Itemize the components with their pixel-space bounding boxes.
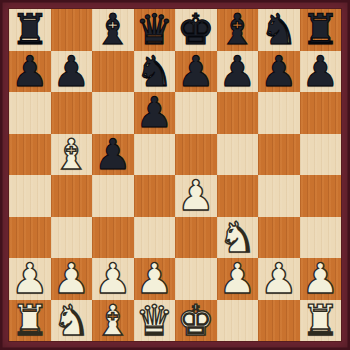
square-c3[interactable] bbox=[92, 217, 134, 259]
square-e5[interactable] bbox=[175, 134, 217, 176]
square-g7[interactable]: ♟ bbox=[258, 51, 300, 93]
square-b7[interactable]: ♟ bbox=[51, 51, 93, 93]
square-d8[interactable]: ♛ bbox=[134, 9, 176, 51]
square-c2[interactable]: ♟ bbox=[92, 258, 134, 300]
square-d3[interactable] bbox=[134, 217, 176, 259]
white-pawn-icon[interactable]: ♟ bbox=[135, 258, 173, 300]
square-a1[interactable]: ♜ bbox=[9, 300, 51, 342]
black-pawn-icon[interactable]: ♟ bbox=[135, 92, 173, 134]
square-f5[interactable] bbox=[217, 134, 259, 176]
square-f4[interactable] bbox=[217, 175, 259, 217]
square-h2[interactable]: ♟ bbox=[300, 258, 342, 300]
square-c5[interactable]: ♟ bbox=[92, 134, 134, 176]
square-c7[interactable] bbox=[92, 51, 134, 93]
square-h6[interactable] bbox=[300, 92, 342, 134]
black-king-icon[interactable]: ♚ bbox=[177, 9, 215, 51]
square-c4[interactable] bbox=[92, 175, 134, 217]
white-king-icon[interactable]: ♚ bbox=[177, 300, 215, 342]
black-pawn-icon[interactable]: ♟ bbox=[177, 51, 215, 93]
white-rook-icon[interactable]: ♜ bbox=[11, 300, 49, 342]
square-d7[interactable]: ♞ bbox=[134, 51, 176, 93]
black-pawn-icon[interactable]: ♟ bbox=[260, 51, 298, 93]
black-rook-icon[interactable]: ♜ bbox=[11, 9, 49, 51]
square-c8[interactable]: ♝ bbox=[92, 9, 134, 51]
square-b8[interactable] bbox=[51, 9, 93, 51]
square-g5[interactable] bbox=[258, 134, 300, 176]
square-d2[interactable]: ♟ bbox=[134, 258, 176, 300]
square-h8[interactable]: ♜ bbox=[300, 9, 342, 51]
square-b1[interactable]: ♞ bbox=[51, 300, 93, 342]
square-a5[interactable] bbox=[9, 134, 51, 176]
square-f2[interactable]: ♟ bbox=[217, 258, 259, 300]
black-queen-icon[interactable]: ♛ bbox=[135, 9, 173, 51]
square-e1[interactable]: ♚ bbox=[175, 300, 217, 342]
square-b3[interactable] bbox=[51, 217, 93, 259]
square-b5[interactable]: ♝ bbox=[51, 134, 93, 176]
square-h3[interactable] bbox=[300, 217, 342, 259]
square-f3[interactable]: ♞ bbox=[217, 217, 259, 259]
square-g2[interactable]: ♟ bbox=[258, 258, 300, 300]
board-frame: ♜♝♛♚♝♞♜♟♟♞♟♟♟♟♟♝♟♟♞♟♟♟♟♟♟♟♜♞♝♛♚♜ bbox=[0, 0, 350, 350]
black-pawn-icon[interactable]: ♟ bbox=[52, 51, 90, 93]
white-pawn-icon[interactable]: ♟ bbox=[94, 258, 132, 300]
square-a7[interactable]: ♟ bbox=[9, 51, 51, 93]
black-pawn-icon[interactable]: ♟ bbox=[218, 51, 256, 93]
square-c6[interactable] bbox=[92, 92, 134, 134]
square-d1[interactable]: ♛ bbox=[134, 300, 176, 342]
square-e6[interactable] bbox=[175, 92, 217, 134]
square-f8[interactable]: ♝ bbox=[217, 9, 259, 51]
square-e4[interactable]: ♟ bbox=[175, 175, 217, 217]
square-g8[interactable]: ♞ bbox=[258, 9, 300, 51]
square-g6[interactable] bbox=[258, 92, 300, 134]
black-bishop-icon[interactable]: ♝ bbox=[94, 9, 132, 51]
square-b2[interactable]: ♟ bbox=[51, 258, 93, 300]
black-rook-icon[interactable]: ♜ bbox=[301, 9, 339, 51]
white-rook-icon[interactable]: ♜ bbox=[301, 300, 339, 342]
square-h7[interactable]: ♟ bbox=[300, 51, 342, 93]
square-e2[interactable] bbox=[175, 258, 217, 300]
square-g3[interactable] bbox=[258, 217, 300, 259]
square-f7[interactable]: ♟ bbox=[217, 51, 259, 93]
white-bishop-icon[interactable]: ♝ bbox=[52, 134, 90, 176]
white-pawn-icon[interactable]: ♟ bbox=[260, 258, 298, 300]
square-g1[interactable] bbox=[258, 300, 300, 342]
square-h4[interactable] bbox=[300, 175, 342, 217]
square-f1[interactable] bbox=[217, 300, 259, 342]
white-pawn-icon[interactable]: ♟ bbox=[11, 258, 49, 300]
black-pawn-icon[interactable]: ♟ bbox=[301, 51, 339, 93]
square-a4[interactable] bbox=[9, 175, 51, 217]
square-d4[interactable] bbox=[134, 175, 176, 217]
square-e7[interactable]: ♟ bbox=[175, 51, 217, 93]
black-pawn-icon[interactable]: ♟ bbox=[11, 51, 49, 93]
square-b4[interactable] bbox=[51, 175, 93, 217]
white-knight-icon[interactable]: ♞ bbox=[218, 217, 256, 259]
square-c1[interactable]: ♝ bbox=[92, 300, 134, 342]
black-knight-icon[interactable]: ♞ bbox=[135, 51, 173, 93]
square-h5[interactable] bbox=[300, 134, 342, 176]
black-pawn-icon[interactable]: ♟ bbox=[94, 134, 132, 176]
white-pawn-icon[interactable]: ♟ bbox=[52, 258, 90, 300]
white-pawn-icon[interactable]: ♟ bbox=[177, 175, 215, 217]
white-pawn-icon[interactable]: ♟ bbox=[218, 258, 256, 300]
square-a2[interactable]: ♟ bbox=[9, 258, 51, 300]
square-a8[interactable]: ♜ bbox=[9, 9, 51, 51]
chess-board: ♜♝♛♚♝♞♜♟♟♞♟♟♟♟♟♝♟♟♞♟♟♟♟♟♟♟♜♞♝♛♚♜ bbox=[9, 9, 341, 341]
white-bishop-icon[interactable]: ♝ bbox=[94, 300, 132, 342]
square-e8[interactable]: ♚ bbox=[175, 9, 217, 51]
white-queen-icon[interactable]: ♛ bbox=[135, 300, 173, 342]
square-a3[interactable] bbox=[9, 217, 51, 259]
white-pawn-icon[interactable]: ♟ bbox=[301, 258, 339, 300]
square-g4[interactable] bbox=[258, 175, 300, 217]
black-bishop-icon[interactable]: ♝ bbox=[218, 9, 256, 51]
square-e3[interactable] bbox=[175, 217, 217, 259]
square-d5[interactable] bbox=[134, 134, 176, 176]
square-h1[interactable]: ♜ bbox=[300, 300, 342, 342]
square-d6[interactable]: ♟ bbox=[134, 92, 176, 134]
white-knight-icon[interactable]: ♞ bbox=[52, 300, 90, 342]
square-b6[interactable] bbox=[51, 92, 93, 134]
black-knight-icon[interactable]: ♞ bbox=[260, 9, 298, 51]
square-f6[interactable] bbox=[217, 92, 259, 134]
square-a6[interactable] bbox=[9, 92, 51, 134]
